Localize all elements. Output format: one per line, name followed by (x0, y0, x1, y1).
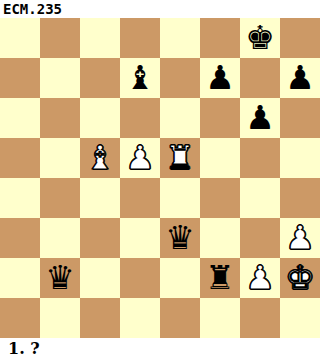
square-f4[interactable] (200, 178, 240, 218)
square-c3[interactable] (80, 218, 120, 258)
square-a4[interactable] (0, 178, 40, 218)
square-d2[interactable] (120, 258, 160, 298)
square-f7[interactable]: ♟ (200, 58, 240, 98)
square-h1[interactable] (280, 298, 320, 338)
piece-black-queen[interactable]: ♛ (45, 258, 75, 298)
piece-white-pawn[interactable]: ♟ (125, 138, 155, 178)
piece-black-king[interactable]: ♚ (245, 18, 275, 58)
piece-black-pawn[interactable]: ♟ (205, 58, 235, 98)
piece-black-pawn[interactable]: ♟ (285, 58, 315, 98)
square-d4[interactable] (120, 178, 160, 218)
piece-black-rook[interactable]: ♜ (205, 258, 235, 298)
square-e8[interactable] (160, 18, 200, 58)
square-d7[interactable]: ♝ (120, 58, 160, 98)
square-h6[interactable] (280, 98, 320, 138)
square-a6[interactable] (0, 98, 40, 138)
square-b2[interactable]: ♛ (40, 258, 80, 298)
square-h4[interactable] (280, 178, 320, 218)
square-h2[interactable]: ♚ (280, 258, 320, 298)
square-e1[interactable] (160, 298, 200, 338)
square-g1[interactable] (240, 298, 280, 338)
piece-white-rook[interactable]: ♜ (165, 138, 195, 178)
square-a2[interactable] (0, 258, 40, 298)
square-d3[interactable] (120, 218, 160, 258)
move-prompt: 1. ? (0, 338, 40, 360)
square-f6[interactable] (200, 98, 240, 138)
header-bar: ECM.235 (0, 0, 320, 18)
square-c4[interactable] (80, 178, 120, 218)
square-f3[interactable] (200, 218, 240, 258)
puzzle-id: ECM.235 (0, 0, 62, 18)
piece-black-queen[interactable]: ♛ (165, 218, 195, 258)
piece-black-bishop[interactable]: ♝ (125, 58, 155, 98)
square-g4[interactable] (240, 178, 280, 218)
square-g7[interactable] (240, 58, 280, 98)
square-f1[interactable] (200, 298, 240, 338)
square-c8[interactable] (80, 18, 120, 58)
square-g5[interactable] (240, 138, 280, 178)
square-f8[interactable] (200, 18, 240, 58)
square-g2[interactable]: ♟ (240, 258, 280, 298)
square-a8[interactable] (0, 18, 40, 58)
square-e5[interactable]: ♜ (160, 138, 200, 178)
square-a5[interactable] (0, 138, 40, 178)
square-f2[interactable]: ♜ (200, 258, 240, 298)
square-a1[interactable] (0, 298, 40, 338)
square-h7[interactable]: ♟ (280, 58, 320, 98)
chess-app-window: ECM.235 ♚♝♟♟♟♝♟♜♛♟♛♜♟♚ 1. ? (0, 0, 320, 360)
square-b1[interactable] (40, 298, 80, 338)
square-b4[interactable] (40, 178, 80, 218)
square-c2[interactable] (80, 258, 120, 298)
square-e4[interactable] (160, 178, 200, 218)
piece-white-pawn[interactable]: ♟ (285, 218, 315, 258)
square-b7[interactable] (40, 58, 80, 98)
piece-black-pawn[interactable]: ♟ (245, 98, 275, 138)
square-d1[interactable] (120, 298, 160, 338)
square-c1[interactable] (80, 298, 120, 338)
piece-white-pawn[interactable]: ♟ (245, 258, 275, 298)
square-e6[interactable] (160, 98, 200, 138)
chess-board: ♚♝♟♟♟♝♟♜♛♟♛♜♟♚ (0, 18, 320, 338)
square-d6[interactable] (120, 98, 160, 138)
square-f5[interactable] (200, 138, 240, 178)
footer-bar: 1. ? (0, 338, 320, 360)
piece-white-bishop[interactable]: ♝ (85, 138, 115, 178)
square-c7[interactable] (80, 58, 120, 98)
square-c6[interactable] (80, 98, 120, 138)
square-b6[interactable] (40, 98, 80, 138)
square-b8[interactable] (40, 18, 80, 58)
square-b5[interactable] (40, 138, 80, 178)
square-d5[interactable]: ♟ (120, 138, 160, 178)
square-h8[interactable] (280, 18, 320, 58)
square-a7[interactable] (0, 58, 40, 98)
square-g6[interactable]: ♟ (240, 98, 280, 138)
square-e2[interactable] (160, 258, 200, 298)
square-g8[interactable]: ♚ (240, 18, 280, 58)
square-e3[interactable]: ♛ (160, 218, 200, 258)
square-e7[interactable] (160, 58, 200, 98)
square-g3[interactable] (240, 218, 280, 258)
square-h3[interactable]: ♟ (280, 218, 320, 258)
piece-white-king[interactable]: ♚ (285, 258, 315, 298)
square-h5[interactable] (280, 138, 320, 178)
square-d8[interactable] (120, 18, 160, 58)
square-c5[interactable]: ♝ (80, 138, 120, 178)
square-b3[interactable] (40, 218, 80, 258)
square-a3[interactable] (0, 218, 40, 258)
